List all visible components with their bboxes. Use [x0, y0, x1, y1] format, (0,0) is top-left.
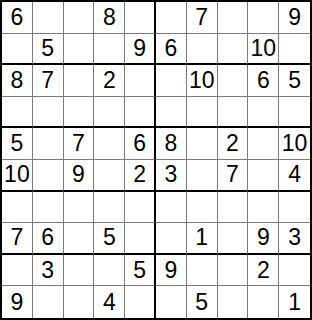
cell-r4c9[interactable]	[248, 97, 279, 129]
cell-r2c1[interactable]	[2, 34, 33, 66]
cell-r3c4[interactable]: 2	[94, 65, 125, 97]
cell-r3c8[interactable]	[218, 65, 249, 97]
cell-r6c2[interactable]	[33, 160, 64, 192]
cell-r10c8[interactable]	[218, 286, 249, 318]
cell-r7c3[interactable]	[64, 192, 95, 224]
cell-r10c7[interactable]: 5	[187, 286, 218, 318]
cell-r4c8[interactable]	[218, 97, 249, 129]
cell-r3c2[interactable]: 7	[33, 65, 64, 97]
cell-r9c5[interactable]: 5	[125, 255, 156, 287]
cell-r2c3[interactable]	[64, 34, 95, 66]
cell-r3c6[interactable]	[156, 65, 187, 97]
cell-r10c9[interactable]	[248, 286, 279, 318]
cell-r6c4[interactable]	[94, 160, 125, 192]
cell-r7c5[interactable]	[125, 192, 156, 224]
cell-r9c9[interactable]: 2	[248, 255, 279, 287]
cell-r5c7[interactable]	[187, 128, 218, 160]
cell-r2c7[interactable]	[187, 34, 218, 66]
cell-r6c5[interactable]: 2	[125, 160, 156, 192]
cell-r3c5[interactable]	[125, 65, 156, 97]
cell-r2c8[interactable]	[218, 34, 249, 66]
cell-r10c4[interactable]: 4	[94, 286, 125, 318]
cell-r4c6[interactable]	[156, 97, 187, 129]
cell-r6c6[interactable]: 3	[156, 160, 187, 192]
cell-r5c1[interactable]: 5	[2, 128, 33, 160]
cell-r5c2[interactable]	[33, 128, 64, 160]
cell-r8c6[interactable]	[156, 223, 187, 255]
cell-r1c9[interactable]	[248, 2, 279, 34]
cell-r7c6[interactable]	[156, 192, 187, 224]
cell-r1c5[interactable]	[125, 2, 156, 34]
cell-r5c8[interactable]: 2	[218, 128, 249, 160]
cell-r3c10[interactable]: 5	[279, 65, 310, 97]
cell-r7c7[interactable]	[187, 192, 218, 224]
cell-r1c7[interactable]: 7	[187, 2, 218, 34]
cell-r8c7[interactable]: 1	[187, 223, 218, 255]
cell-r1c10[interactable]: 9	[279, 2, 310, 34]
cell-r8c9[interactable]: 9	[248, 223, 279, 255]
cell-r4c5[interactable]	[125, 97, 156, 129]
cell-r8c10[interactable]: 3	[279, 223, 310, 255]
cell-r4c10[interactable]	[279, 97, 310, 129]
cell-r2c9[interactable]: 10	[248, 34, 279, 66]
cell-r9c4[interactable]	[94, 255, 125, 287]
cell-r6c9[interactable]	[248, 160, 279, 192]
cell-r7c9[interactable]	[248, 192, 279, 224]
cell-r8c1[interactable]: 7	[2, 223, 33, 255]
cell-r7c4[interactable]	[94, 192, 125, 224]
cell-r9c6[interactable]: 9	[156, 255, 187, 287]
sudoku-board: 6879596108721065576821010923747651933592…	[0, 0, 312, 320]
cell-r6c8[interactable]: 7	[218, 160, 249, 192]
cell-r4c1[interactable]	[2, 97, 33, 129]
cell-r8c5[interactable]	[125, 223, 156, 255]
cell-r1c1[interactable]: 6	[2, 2, 33, 34]
cell-r8c8[interactable]	[218, 223, 249, 255]
cell-r7c2[interactable]	[33, 192, 64, 224]
cell-r4c7[interactable]	[187, 97, 218, 129]
cell-r1c8[interactable]	[218, 2, 249, 34]
cell-r8c3[interactable]	[64, 223, 95, 255]
cell-r9c2[interactable]: 3	[33, 255, 64, 287]
cell-r4c4[interactable]	[94, 97, 125, 129]
cell-r9c1[interactable]	[2, 255, 33, 287]
cell-r10c6[interactable]	[156, 286, 187, 318]
cell-r5c3[interactable]: 7	[64, 128, 95, 160]
cell-r8c2[interactable]: 6	[33, 223, 64, 255]
cell-r1c2[interactable]	[33, 2, 64, 34]
cell-r9c3[interactable]	[64, 255, 95, 287]
cell-r2c2[interactable]: 5	[33, 34, 64, 66]
cell-r3c3[interactable]	[64, 65, 95, 97]
cell-r8c4[interactable]: 5	[94, 223, 125, 255]
cell-r4c3[interactable]	[64, 97, 95, 129]
cell-r7c1[interactable]	[2, 192, 33, 224]
cell-r6c10[interactable]: 4	[279, 160, 310, 192]
cell-r3c9[interactable]: 6	[248, 65, 279, 97]
cell-r7c10[interactable]	[279, 192, 310, 224]
cell-r5c10[interactable]: 10	[279, 128, 310, 160]
cell-r3c1[interactable]: 8	[2, 65, 33, 97]
cell-r10c10[interactable]: 1	[279, 286, 310, 318]
cell-r5c4[interactable]	[94, 128, 125, 160]
cell-r2c6[interactable]: 6	[156, 34, 187, 66]
cell-r9c10[interactable]	[279, 255, 310, 287]
cell-r6c1[interactable]: 10	[2, 160, 33, 192]
cell-r4c2[interactable]	[33, 97, 64, 129]
cell-r1c6[interactable]	[156, 2, 187, 34]
cell-r1c3[interactable]	[64, 2, 95, 34]
cell-r9c7[interactable]	[187, 255, 218, 287]
cell-r5c6[interactable]: 8	[156, 128, 187, 160]
cell-r10c2[interactable]	[33, 286, 64, 318]
cell-r1c4[interactable]: 8	[94, 2, 125, 34]
cell-r2c5[interactable]: 9	[125, 34, 156, 66]
cell-r3c7[interactable]: 10	[187, 65, 218, 97]
cell-r2c4[interactable]	[94, 34, 125, 66]
cell-r5c9[interactable]	[248, 128, 279, 160]
cell-r5c5[interactable]: 6	[125, 128, 156, 160]
cell-r10c1[interactable]: 9	[2, 286, 33, 318]
cell-r10c3[interactable]	[64, 286, 95, 318]
cell-r2c10[interactable]	[279, 34, 310, 66]
cell-r9c8[interactable]	[218, 255, 249, 287]
cell-r6c3[interactable]: 9	[64, 160, 95, 192]
cell-r10c5[interactable]	[125, 286, 156, 318]
cell-r7c8[interactable]	[218, 192, 249, 224]
cell-r6c7[interactable]	[187, 160, 218, 192]
